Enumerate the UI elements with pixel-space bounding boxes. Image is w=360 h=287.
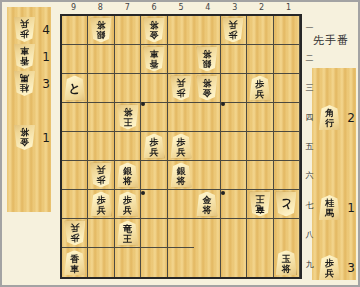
piece-kanji: 歩兵 (117, 195, 138, 215)
square-5九[interactable] (168, 248, 194, 277)
square-8四[interactable] (88, 103, 114, 132)
square-4八[interactable] (194, 219, 220, 248)
piece-kanji: 銀将 (170, 166, 191, 186)
file-coordinates: 987654321 (60, 3, 302, 13)
star-point (221, 191, 225, 195)
square-4四[interactable] (194, 103, 220, 132)
square-1六[interactable] (274, 161, 300, 190)
piece-bishop-sente[interactable]: 角行 (319, 105, 340, 130)
square-7七[interactable]: 歩兵 (115, 190, 141, 219)
piece-kanji: 歩兵 (14, 19, 35, 39)
square-9三[interactable]: と (62, 74, 88, 103)
square-8六[interactable]: 歩兵 (88, 161, 114, 190)
piece-tokin-gote[interactable]: と (276, 192, 297, 217)
square-7二[interactable] (115, 45, 141, 74)
file-label: 3 (221, 3, 248, 13)
square-4六[interactable] (194, 161, 220, 190)
rank-label: 九 (304, 250, 315, 279)
piece-kanji: 歩兵 (144, 137, 165, 157)
square-3六[interactable] (221, 161, 247, 190)
square-2七[interactable]: 竜王 (247, 190, 273, 219)
piece-kanji: 歩兵 (319, 258, 340, 278)
file-label: 6 (141, 3, 168, 13)
sente-captured-tray: 角行2桂馬1歩兵3 (312, 68, 356, 280)
piece-kanji: 香車 (64, 253, 85, 273)
square-3八[interactable] (221, 219, 247, 248)
piece-kanji: 歩兵 (249, 79, 270, 99)
rank-label: 八 (304, 220, 315, 249)
piece-silver-sente[interactable]: 銀将 (117, 163, 138, 188)
hand-count: 1 (40, 50, 52, 64)
piece-gold-gote[interactable]: 金将 (196, 76, 217, 101)
square-1一[interactable] (274, 16, 300, 45)
piece-kanji: 歩兵 (91, 195, 112, 215)
square-3三[interactable] (221, 74, 247, 103)
rank-label: 六 (304, 161, 315, 190)
square-4一[interactable] (194, 16, 220, 45)
square-2六[interactable] (247, 161, 273, 190)
square-8二[interactable] (88, 45, 114, 74)
square-6四[interactable] (141, 103, 167, 132)
piece-pawn-sente[interactable]: 歩兵 (91, 192, 112, 217)
piece-kanji: 金将 (196, 195, 217, 215)
square-4五[interactable] (194, 132, 220, 161)
star-point (221, 102, 225, 106)
piece-pawn-sente[interactable]: 歩兵 (170, 134, 191, 159)
rank-label: 四 (304, 102, 315, 131)
piece-pawn-sente[interactable]: 歩兵 (319, 255, 340, 280)
piece-kanji: 歩兵 (170, 137, 191, 157)
piece-king-sente-sente[interactable]: 玉将 (276, 250, 297, 275)
square-8九[interactable] (88, 248, 114, 277)
piece-pawn-sente[interactable]: 歩兵 (249, 76, 270, 101)
star-point (141, 102, 145, 106)
square-7一[interactable] (115, 16, 141, 45)
rank-label: 五 (304, 132, 315, 161)
piece-kanji: と (64, 81, 85, 96)
hand-count: 1 (345, 201, 357, 215)
piece-kanji: 歩兵 (170, 78, 191, 98)
square-1二[interactable] (274, 45, 300, 74)
square-1八[interactable] (274, 219, 300, 248)
file-label: 7 (114, 3, 141, 13)
piece-gold-sente[interactable]: 金将 (196, 192, 217, 217)
hand-count: 3 (40, 77, 52, 91)
square-7六[interactable]: 銀将 (115, 161, 141, 190)
file-label: 8 (87, 3, 114, 13)
square-6八[interactable] (141, 219, 167, 248)
gote-captured-tray: 歩兵4香車1桂馬3金将1 (7, 7, 51, 212)
square-6五[interactable]: 歩兵 (141, 132, 167, 161)
square-6一[interactable]: 金将 (141, 16, 167, 45)
piece-kanji: と (276, 197, 297, 212)
piece-kanji: 桂馬 (319, 198, 340, 218)
piece-king-gote-gote[interactable]: 王将 (117, 105, 138, 130)
square-6三[interactable] (141, 74, 167, 103)
square-3五[interactable] (221, 132, 247, 161)
square-2一[interactable] (247, 16, 273, 45)
square-5三[interactable]: 歩兵 (168, 74, 194, 103)
piece-pawn-gote[interactable]: 歩兵 (14, 17, 35, 42)
square-2九[interactable] (247, 248, 273, 277)
piece-kanji: 歩兵 (223, 20, 244, 40)
piece-kanji: 銀将 (91, 20, 112, 40)
rank-label: 一 (304, 14, 315, 43)
square-4三[interactable]: 金将 (194, 74, 220, 103)
star-point (141, 191, 145, 195)
square-6七[interactable] (141, 190, 167, 219)
piece-silver-sente[interactable]: 銀将 (170, 163, 191, 188)
hand-count: 4 (40, 23, 52, 37)
piece-pawn-gote[interactable]: 歩兵 (64, 221, 85, 246)
piece-lance-sente[interactable]: 香車 (64, 250, 85, 275)
piece-silver-gote[interactable]: 銀将 (196, 47, 217, 72)
square-4九[interactable] (194, 248, 220, 277)
piece-pawn-gote[interactable]: 歩兵 (91, 163, 112, 188)
square-3四[interactable] (221, 103, 247, 132)
file-label: 2 (248, 3, 275, 13)
square-1四[interactable] (274, 103, 300, 132)
file-label: 9 (60, 3, 87, 13)
piece-kanji: 角行 (319, 108, 340, 128)
square-2八[interactable] (247, 219, 273, 248)
piece-tokin-sente[interactable]: と (64, 76, 85, 101)
piece-kanji: 銀将 (117, 166, 138, 186)
piece-silver-gote[interactable]: 銀将 (91, 18, 112, 43)
square-9六[interactable] (62, 161, 88, 190)
piece-kanji: 歩兵 (64, 223, 85, 243)
square-1三[interactable] (274, 74, 300, 103)
square-2四[interactable] (247, 103, 273, 132)
piece-pawn-gote[interactable]: 歩兵 (170, 76, 191, 101)
square-4二[interactable]: 銀将 (194, 45, 220, 74)
piece-dragon-gote[interactable]: 竜王 (249, 192, 270, 217)
piece-pawn-gote[interactable]: 歩兵 (223, 18, 244, 43)
file-label: 4 (194, 3, 221, 13)
square-9五[interactable] (62, 132, 88, 161)
square-6六[interactable] (141, 161, 167, 190)
square-5八[interactable] (168, 219, 194, 248)
square-8七[interactable]: 歩兵 (88, 190, 114, 219)
piece-kanji: 香車 (144, 49, 165, 69)
square-7三[interactable] (115, 74, 141, 103)
square-2三[interactable]: 歩兵 (247, 74, 273, 103)
square-3七[interactable] (221, 190, 247, 219)
square-7五[interactable] (115, 132, 141, 161)
square-8八[interactable] (88, 219, 114, 248)
square-9七[interactable] (62, 190, 88, 219)
square-9八[interactable]: 歩兵 (62, 219, 88, 248)
piece-kanji: 銀将 (196, 49, 217, 69)
square-5二[interactable] (168, 45, 194, 74)
piece-pawn-sente[interactable]: 歩兵 (144, 134, 165, 159)
square-3二[interactable] (221, 45, 247, 74)
turn-indicator: 先手番 (313, 33, 359, 48)
shogi-board: 銀将金将歩兵香車銀将と歩兵金将歩兵王将歩兵歩兵歩兵銀将銀将歩兵歩兵金将竜王と歩兵… (60, 14, 302, 279)
square-1九[interactable]: 玉将 (274, 248, 300, 277)
square-8三[interactable] (88, 74, 114, 103)
piece-kanji: 金将 (14, 127, 35, 147)
piece-kanji: 竜王 (117, 224, 138, 244)
piece-lance-gote[interactable]: 香車 (144, 47, 165, 72)
hand-count: 2 (345, 111, 357, 125)
rank-coordinates: 一二三四五六七八九 (304, 14, 315, 279)
file-label: 1 (275, 3, 302, 13)
piece-knight-sente[interactable]: 桂馬 (319, 195, 340, 220)
square-8五[interactable] (88, 132, 114, 161)
square-5四[interactable] (168, 103, 194, 132)
square-7九[interactable] (115, 248, 141, 277)
square-6二[interactable]: 香車 (141, 45, 167, 74)
piece-pawn-sente[interactable]: 歩兵 (117, 192, 138, 217)
square-5六[interactable]: 銀将 (168, 161, 194, 190)
square-9九[interactable]: 香車 (62, 248, 88, 277)
square-9二[interactable] (62, 45, 88, 74)
piece-dragon-sente[interactable]: 竜王 (117, 221, 138, 246)
piece-gold-gote[interactable]: 金将 (144, 18, 165, 43)
square-1五[interactable] (274, 132, 300, 161)
square-3一[interactable]: 歩兵 (221, 16, 247, 45)
hand-count: 1 (40, 131, 52, 145)
square-7八[interactable]: 竜王 (115, 219, 141, 248)
piece-kanji: 歩兵 (91, 165, 112, 185)
square-9四[interactable] (62, 103, 88, 132)
shogi-app-window: 歩兵4香車1桂馬3金将1 先手番 角行2桂馬1歩兵3 987654321 一二三… (0, 0, 360, 287)
square-2二[interactable] (247, 45, 273, 74)
piece-knight-gote[interactable]: 桂馬 (14, 71, 35, 96)
hand-count: 3 (345, 261, 357, 275)
piece-kanji: 竜王 (249, 194, 270, 214)
rank-label: 三 (304, 73, 315, 102)
square-1七[interactable]: と (274, 190, 300, 219)
piece-kanji: 玉将 (276, 253, 297, 273)
square-6九[interactable] (141, 248, 167, 277)
piece-lance-gote[interactable]: 香車 (14, 44, 35, 69)
square-8一[interactable]: 銀将 (88, 16, 114, 45)
square-5五[interactable]: 歩兵 (168, 132, 194, 161)
piece-kanji: 王将 (117, 107, 138, 127)
rank-label: 二 (304, 43, 315, 72)
square-5一[interactable] (168, 16, 194, 45)
piece-kanji: 金将 (144, 20, 165, 40)
square-7四[interactable]: 王将 (115, 103, 141, 132)
square-9一[interactable] (62, 16, 88, 45)
square-3九[interactable] (221, 248, 247, 277)
square-5七[interactable] (168, 190, 194, 219)
piece-gold-gote[interactable]: 金将 (14, 125, 35, 150)
piece-kanji: 桂馬 (14, 73, 35, 93)
piece-kanji: 香車 (14, 46, 35, 66)
piece-kanji: 金将 (196, 78, 217, 98)
file-label: 5 (168, 3, 195, 13)
square-4七[interactable]: 金将 (194, 190, 220, 219)
rank-label: 七 (304, 191, 315, 220)
square-2五[interactable] (247, 132, 273, 161)
